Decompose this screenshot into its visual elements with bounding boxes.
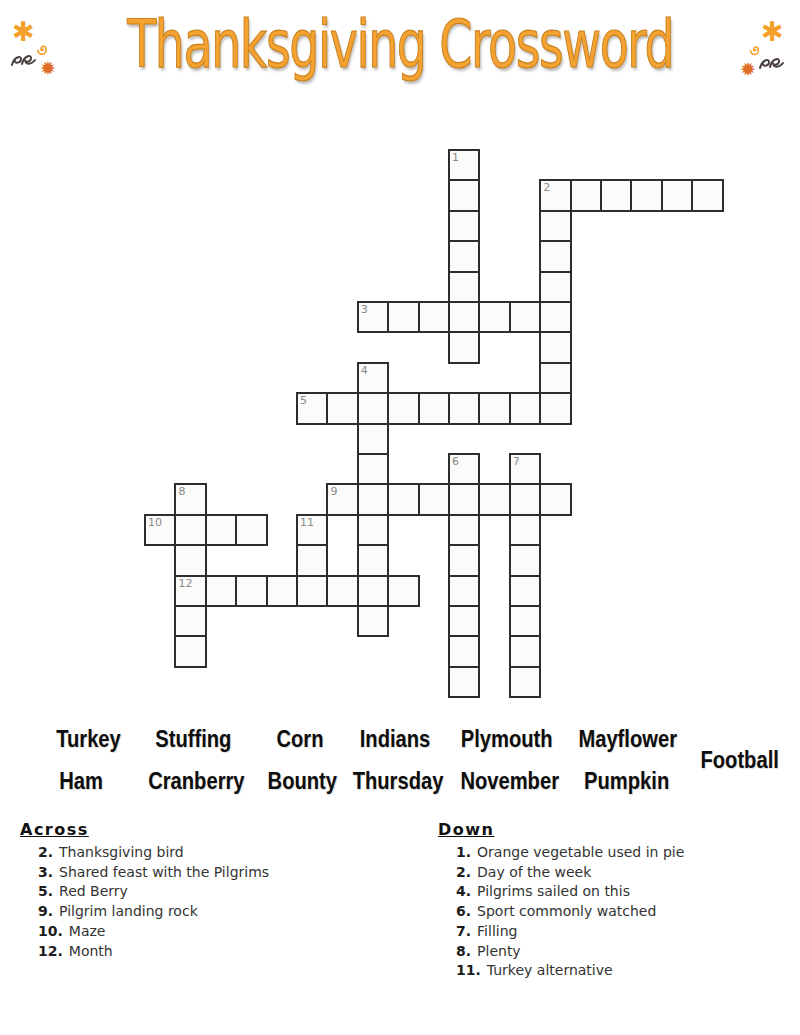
clue-item: 10.Maze — [20, 922, 420, 942]
cell-number: 3 — [361, 303, 368, 316]
grid-cell[interactable] — [448, 301, 480, 333]
cell-number: 1 — [452, 151, 459, 164]
grid-cell[interactable] — [539, 240, 571, 272]
swirl-icon — [759, 53, 784, 75]
clue-number: 4. — [456, 883, 471, 899]
clue-item: 3.Shared feast with the Pilgrims — [20, 863, 420, 883]
grid-cell[interactable] — [478, 301, 510, 333]
clue-number: 6. — [456, 903, 471, 919]
clue-item: 5.Red Berry — [20, 882, 420, 902]
grid-cell[interactable] — [539, 271, 571, 303]
grid-cell[interactable] — [691, 179, 723, 211]
clue-text: Thanksgiving bird — [59, 844, 184, 860]
clue-number: 2. — [456, 864, 471, 880]
grid-cell[interactable] — [478, 392, 510, 424]
grid-cell[interactable] — [448, 666, 480, 698]
clue-item: 9.Pilgrim landing rock — [20, 902, 420, 922]
grid-cell[interactable] — [418, 301, 450, 333]
word-bank-slot: Football — [590, 746, 800, 774]
grid-cell[interactable] — [539, 331, 571, 363]
grid-cell[interactable] — [235, 575, 267, 607]
grid-cell[interactable] — [387, 301, 419, 333]
clue-text: Turkey alternative — [487, 962, 613, 978]
grid-cell[interactable] — [539, 210, 571, 242]
grid-cell[interactable] — [387, 575, 419, 607]
across-header: Across — [20, 820, 420, 839]
grid-cell[interactable] — [448, 514, 480, 546]
grid-cell[interactable] — [661, 179, 693, 211]
clue-item: 4.Pilgrims sailed on this — [438, 882, 798, 902]
clue-item: 2.Day of the week — [438, 863, 798, 883]
grid-cell[interactable] — [448, 210, 480, 242]
clue-number: 9. — [38, 903, 53, 919]
cell-number: 8 — [178, 485, 185, 498]
grid-cell[interactable] — [326, 392, 358, 424]
grid-cell[interactable] — [357, 423, 389, 455]
grid-cell[interactable] — [418, 392, 450, 424]
down-clues: Down 1.Orange vegetable used in pie2.Day… — [438, 820, 798, 981]
clue-item: 8.Plenty — [438, 942, 798, 962]
grid-cell[interactable] — [448, 483, 480, 515]
grid-cell[interactable] — [509, 666, 541, 698]
word-bank-item: Football — [701, 746, 779, 774]
clue-text: Red Berry — [59, 883, 128, 899]
cell-number: 4 — [361, 364, 368, 377]
crossword-grid: 123456789101112 — [144, 149, 724, 699]
down-list: 1.Orange vegetable used in pie2.Day of t… — [438, 843, 798, 981]
clue-number: 3. — [38, 864, 53, 880]
starburst-icon: ✹ — [40, 59, 56, 78]
grid-cell[interactable] — [174, 635, 206, 667]
clue-number: 8. — [456, 943, 471, 959]
grid-cell[interactable] — [235, 514, 267, 546]
grid-cell[interactable]: 5 — [296, 392, 328, 424]
grid-cell[interactable] — [448, 575, 480, 607]
grid-cell[interactable] — [357, 605, 389, 637]
title-row: Thanksgiving Crossword — [0, 6, 800, 83]
grid-cell[interactable] — [509, 301, 541, 333]
down-header: Down — [438, 820, 798, 839]
grid-cell[interactable] — [296, 575, 328, 607]
grid-cell[interactable] — [448, 240, 480, 272]
clue-number: 2. — [38, 844, 53, 860]
grid-cell[interactable] — [600, 179, 632, 211]
cell-number: 10 — [148, 516, 162, 529]
grid-cell[interactable] — [509, 635, 541, 667]
grid-cell[interactable] — [539, 301, 571, 333]
asterisk-icon: ✱ — [761, 18, 784, 45]
cell-number: 9 — [330, 485, 337, 498]
grid-cell[interactable] — [509, 392, 541, 424]
across-list: 2.Thanksgiving bird3.Shared feast with t… — [20, 843, 420, 961]
clue-text: Pilgrims sailed on this — [477, 883, 630, 899]
grid-cell[interactable] — [448, 392, 480, 424]
clue-item: 7.Filling — [438, 922, 798, 942]
clue-text: Plenty — [477, 943, 521, 959]
grid-cell[interactable] — [174, 514, 206, 546]
grid-cell[interactable] — [387, 483, 419, 515]
grid-cell[interactable]: 2 — [539, 179, 571, 211]
grid-cell[interactable] — [326, 575, 358, 607]
clue-number: 12. — [38, 943, 63, 959]
grid-cell[interactable] — [509, 575, 541, 607]
grid-cell[interactable] — [357, 514, 389, 546]
grid-cell[interactable] — [296, 544, 328, 576]
cell-number: 11 — [300, 516, 314, 529]
grid-cell[interactable] — [357, 575, 389, 607]
grid-cell[interactable] — [448, 635, 480, 667]
swirl-icon — [11, 50, 36, 72]
clue-number: 1. — [456, 844, 471, 860]
spiral-icon — [35, 42, 50, 57]
grid-cell[interactable]: 8 — [174, 483, 206, 515]
clue-item: 11.Turkey alternative — [438, 961, 798, 981]
grid-cell[interactable] — [387, 392, 419, 424]
grid-cell[interactable] — [448, 271, 480, 303]
clue-text: Sport commonly watched — [477, 903, 656, 919]
grid-cell[interactable] — [448, 605, 480, 637]
clue-number: 5. — [38, 883, 53, 899]
clue-item: 2.Thanksgiving bird — [20, 843, 420, 863]
clue-number: 10. — [38, 923, 63, 939]
grid-cell[interactable] — [448, 179, 480, 211]
grid-cell[interactable] — [478, 483, 510, 515]
grid-cell[interactable] — [448, 544, 480, 576]
grid-cell[interactable] — [174, 544, 206, 576]
grid-cell[interactable] — [539, 392, 571, 424]
grid-cell[interactable]: 12 — [174, 575, 206, 607]
grid-cell[interactable] — [174, 605, 206, 637]
asterisk-icon: ✱ — [12, 18, 35, 45]
grid-cell[interactable] — [357, 392, 389, 424]
grid-cell[interactable] — [357, 453, 389, 485]
grid-cell[interactable]: 6 — [448, 453, 480, 485]
grid-cell[interactable]: 3 — [357, 301, 389, 333]
cell-number: 7 — [513, 455, 520, 468]
grid-cell[interactable] — [266, 575, 298, 607]
grid-cell[interactable]: 11 — [296, 514, 328, 546]
across-clues: Across 2.Thanksgiving bird3.Shared feast… — [20, 820, 420, 961]
clue-item: 12.Month — [20, 942, 420, 962]
grid-cell[interactable] — [418, 483, 450, 515]
grid-cell[interactable] — [509, 514, 541, 546]
cell-number: 6 — [452, 455, 459, 468]
clue-number: 7. — [456, 923, 471, 939]
cell-number: 2 — [543, 181, 550, 194]
grid-cell[interactable] — [509, 483, 541, 515]
clue-text: Day of the week — [477, 864, 591, 880]
grid-cell[interactable] — [357, 483, 389, 515]
grid-cell[interactable] — [357, 544, 389, 576]
clue-text: Pilgrim landing rock — [59, 903, 198, 919]
clue-number: 11. — [456, 962, 481, 978]
grid-cell[interactable] — [205, 514, 237, 546]
cell-number: 5 — [300, 394, 307, 407]
grid-cell[interactable] — [630, 179, 662, 211]
grid-cell[interactable] — [570, 179, 602, 211]
grid-cell[interactable] — [539, 483, 571, 515]
clue-item: 6.Sport commonly watched — [438, 902, 798, 922]
grid-cell[interactable] — [509, 544, 541, 576]
grid-cell[interactable]: 7 — [509, 453, 541, 485]
starburst-icon: ✹ — [740, 60, 756, 79]
clue-item: 1.Orange vegetable used in pie — [438, 843, 798, 863]
grid-cell[interactable] — [448, 331, 480, 363]
grid-cell[interactable] — [539, 362, 571, 394]
clue-text: Month — [69, 943, 113, 959]
clue-text: Filling — [477, 923, 517, 939]
clue-text: Orange vegetable used in pie — [477, 844, 684, 860]
grid-cell[interactable]: 4 — [357, 362, 389, 394]
clue-text: Maze — [69, 923, 106, 939]
grid-cell[interactable] — [205, 575, 237, 607]
grid-cell[interactable]: 9 — [326, 483, 358, 515]
page-title: Thanksgiving Crossword — [127, 6, 673, 83]
grid-cell[interactable]: 1 — [448, 149, 480, 181]
cell-number: 12 — [178, 577, 192, 590]
grid-cell[interactable]: 10 — [144, 514, 176, 546]
clue-text: Shared feast with the Pilgrims — [59, 864, 269, 880]
grid-cell[interactable] — [509, 605, 541, 637]
